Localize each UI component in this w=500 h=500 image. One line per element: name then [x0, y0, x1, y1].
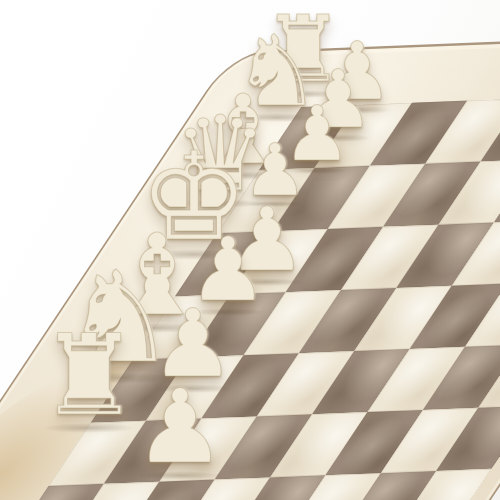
white-pawn-h2: ♟ — [129, 376, 231, 478]
photo-scene: ♜♟♞♟♟♝♛♟♚♟♟♝♞♟♜♟ — [0, 0, 500, 500]
